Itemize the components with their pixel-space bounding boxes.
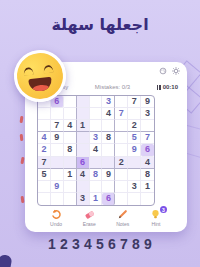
cell-r3c2[interactable]: 7 <box>51 120 64 132</box>
cell-r5c7[interactable] <box>115 144 128 156</box>
cell-r8c4[interactable] <box>77 181 90 193</box>
cell-r8c6[interactable] <box>102 181 115 193</box>
cell-r8c2[interactable]: 9 <box>51 181 64 193</box>
numpad-3[interactable]: 3 <box>72 236 80 252</box>
cell-r2c4[interactable] <box>77 108 90 120</box>
notes-label: Notes <box>116 221 129 227</box>
cell-r4c5[interactable]: 3 <box>90 132 103 144</box>
cell-r9c5[interactable]: 1 <box>90 193 103 205</box>
cell-r7c7[interactable] <box>115 169 128 181</box>
hint-badge: 3 <box>160 206 167 213</box>
cell-r1c8[interactable]: 7 <box>128 96 141 108</box>
hint-label: Hint <box>152 221 161 227</box>
timer-value: 00:10 <box>163 84 178 90</box>
cell-r8c5[interactable] <box>90 181 103 193</box>
cell-r3c4[interactable]: 1 <box>77 120 90 132</box>
marketing-screenshot: اجعلها سهلة <box>0 0 200 267</box>
cell-r1c4[interactable] <box>77 96 90 108</box>
emoji-eye <box>23 67 34 76</box>
decorative-shape <box>0 254 12 267</box>
numpad: 123456789 <box>0 236 200 252</box>
cell-r3c8[interactable]: 2 <box>128 120 141 132</box>
cell-r6c2[interactable] <box>51 157 64 169</box>
cell-r9c7[interactable] <box>115 193 128 205</box>
numpad-6[interactable]: 6 <box>108 236 116 252</box>
decorative-mark <box>20 134 24 141</box>
cell-r6c5[interactable] <box>90 157 103 169</box>
cell-r4c3[interactable] <box>64 132 77 144</box>
emoji-mouth <box>28 77 52 92</box>
sudoku-board: 63794737412493857284967624514898931316 <box>37 95 155 206</box>
numpad-7[interactable]: 7 <box>120 236 128 252</box>
cell-r9c3[interactable] <box>64 193 77 205</box>
cell-r5c8[interactable]: 9 <box>128 144 141 156</box>
cell-r5c4[interactable] <box>77 144 90 156</box>
mistakes-counter: Mistakes: 0/3 <box>95 84 130 90</box>
cell-r1c3[interactable] <box>64 96 77 108</box>
cell-r5c6[interactable] <box>102 144 115 156</box>
cell-r5c3[interactable]: 8 <box>64 144 77 156</box>
cell-r3c6[interactable] <box>102 120 115 132</box>
cell-r9c1[interactable] <box>38 193 51 205</box>
cell-r3c7[interactable] <box>115 120 128 132</box>
cell-r6c9[interactable]: 4 <box>141 157 154 169</box>
numpad-9[interactable]: 9 <box>144 236 152 252</box>
decorative-mark <box>20 157 24 164</box>
erase-label: Erase <box>83 221 96 227</box>
cell-r6c7[interactable]: 2 <box>115 157 128 169</box>
cell-r9c8[interactable] <box>128 193 141 205</box>
cell-r7c2[interactable] <box>51 169 64 181</box>
cell-r1c6[interactable]: 3 <box>102 96 115 108</box>
toolbar: Undo Erase <box>43 209 169 227</box>
page-title: اجعلها سهلة <box>0 15 200 34</box>
timer: 00:10 <box>157 84 178 90</box>
cell-r3c9[interactable] <box>141 120 154 132</box>
cell-r8c1[interactable] <box>38 181 51 193</box>
cell-r1c9[interactable]: 9 <box>141 96 154 108</box>
cell-r7c6[interactable]: 9 <box>102 169 115 181</box>
cell-r2c1[interactable] <box>38 108 51 120</box>
numpad-2[interactable]: 2 <box>60 236 68 252</box>
cell-r5c2[interactable] <box>51 144 64 156</box>
cell-r2c8[interactable] <box>128 108 141 120</box>
cell-r8c8[interactable]: 3 <box>128 181 141 193</box>
cell-r8c7[interactable] <box>115 181 128 193</box>
cell-r7c5[interactable]: 8 <box>90 169 103 181</box>
cell-r9c2[interactable] <box>51 193 64 205</box>
cell-r3c1[interactable] <box>38 120 51 132</box>
numpad-1[interactable]: 1 <box>48 236 56 252</box>
cell-r4c1[interactable]: 4 <box>38 132 51 144</box>
cell-r5c9[interactable]: 6 <box>141 144 154 156</box>
cell-r4c2[interactable]: 9 <box>51 132 64 144</box>
cell-r5c5[interactable]: 4 <box>90 144 103 156</box>
cell-r3c5[interactable] <box>90 120 103 132</box>
cell-r7c3[interactable]: 1 <box>64 169 77 181</box>
palette-icon[interactable] <box>159 67 167 75</box>
cell-r2c7[interactable]: 7 <box>115 108 128 120</box>
notes-icon <box>117 209 128 220</box>
settings-icon[interactable] <box>172 67 180 75</box>
cell-r4c7[interactable] <box>115 132 128 144</box>
cell-r4c4[interactable] <box>77 132 90 144</box>
cell-r2c6[interactable]: 4 <box>102 108 115 120</box>
cell-r9c6[interactable]: 6 <box>102 193 115 205</box>
emoji-tongue <box>32 84 50 92</box>
cell-r6c3[interactable] <box>64 157 77 169</box>
cell-r1c7[interactable] <box>115 96 128 108</box>
numpad-4[interactable]: 4 <box>84 236 92 252</box>
cell-r4c6[interactable]: 8 <box>102 132 115 144</box>
erase-icon <box>84 209 95 220</box>
cell-r5c1[interactable]: 2 <box>38 144 51 156</box>
undo-icon <box>51 209 62 220</box>
cell-r4c8[interactable]: 5 <box>128 132 141 144</box>
cell-r9c4[interactable]: 3 <box>77 193 90 205</box>
decorative-mark <box>21 196 25 203</box>
cell-r3c3[interactable]: 4 <box>64 120 77 132</box>
cell-r6c6[interactable] <box>102 157 115 169</box>
cell-r7c1[interactable]: 5 <box>38 169 51 181</box>
cell-r2c2[interactable] <box>51 108 64 120</box>
undo-label: Undo <box>50 221 62 227</box>
erase-button[interactable]: Erase <box>76 209 102 227</box>
undo-button[interactable]: Undo <box>43 209 69 227</box>
pause-icon[interactable] <box>157 85 161 90</box>
notes-button[interactable]: Notes <box>110 209 136 227</box>
numpad-8[interactable]: 8 <box>132 236 140 252</box>
cell-r8c3[interactable] <box>64 181 77 193</box>
decorative-mark <box>20 116 24 123</box>
cell-r2c3[interactable] <box>64 108 77 120</box>
hint-button[interactable]: 3 Hint <box>143 209 169 227</box>
cell-r7c8[interactable] <box>128 169 141 181</box>
emoji-eye <box>43 65 54 74</box>
cell-r7c9[interactable]: 8 <box>141 169 154 181</box>
cell-r2c9[interactable]: 3 <box>141 108 154 120</box>
cell-r6c8[interactable] <box>128 157 141 169</box>
cell-r4c9[interactable]: 7 <box>141 132 154 144</box>
cell-r1c5[interactable] <box>90 96 103 108</box>
cell-r6c1[interactable]: 7 <box>38 157 51 169</box>
numpad-5[interactable]: 5 <box>96 236 104 252</box>
cell-r2c5[interactable] <box>90 108 103 120</box>
cell-r7c4[interactable]: 4 <box>77 169 90 181</box>
cell-r9c9[interactable] <box>141 193 154 205</box>
cell-r6c4[interactable]: 6 <box>77 157 90 169</box>
cell-r8c9[interactable]: 1 <box>141 181 154 193</box>
